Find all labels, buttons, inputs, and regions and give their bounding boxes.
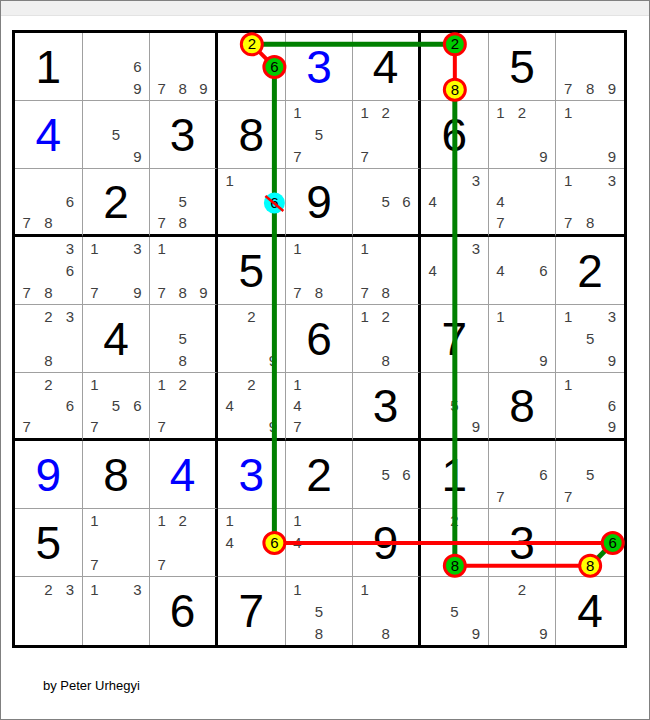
candidate-digit: 1: [287, 102, 309, 124]
cell-r2c7[interactable]: 6: [421, 101, 489, 169]
candidate-digit: 8: [375, 622, 396, 644]
candidate-digit: 1: [287, 510, 309, 532]
candidate-digit: 7: [287, 281, 309, 303]
candidate-digit: 7: [354, 281, 375, 303]
candidate-digit: 4: [287, 532, 309, 554]
candidate-grid: 128: [354, 306, 417, 371]
candidate-digit: 5: [375, 191, 396, 212]
candidate-grid: 59: [422, 374, 487, 437]
candidate-digit: 3: [127, 578, 149, 600]
cell-r9c6[interactable]: 18: [353, 577, 421, 645]
given-digit: 7: [239, 588, 265, 634]
cell-r4c4[interactable]: 5: [218, 237, 286, 305]
candidate-digit: 4: [422, 260, 444, 282]
candidate-digit: 1: [557, 102, 579, 124]
sudoku-board: 1697893457894593815712761291967825781956…: [12, 30, 627, 648]
candidate-grid: 1378: [557, 170, 623, 233]
cell-r7c5[interactable]: 2: [286, 441, 354, 509]
given-digit: 3: [373, 383, 399, 429]
candidate-grid: 1567: [84, 374, 149, 437]
candidate-digit: 3: [601, 170, 623, 191]
candidate-digit: 7: [84, 281, 106, 303]
candidate-digit: 3: [59, 238, 81, 260]
cell-r7c8[interactable]: 67: [489, 441, 557, 509]
candidate-digit: 9: [465, 416, 487, 437]
given-digit: 5: [509, 44, 535, 90]
candidate-digit: 7: [16, 281, 38, 303]
candidate-digit: 8: [375, 349, 396, 371]
candidate-digit: 6: [59, 395, 81, 416]
candidate-grid: 56: [354, 170, 417, 233]
candidate-digit: 6: [396, 191, 417, 212]
cell-r9c2[interactable]: 13: [83, 577, 151, 645]
cell-r5c4[interactable]: 29: [218, 305, 286, 373]
given-digit: 2: [577, 248, 603, 294]
candidate-digit: 5: [579, 328, 601, 350]
cell-r4c5[interactable]: 178: [286, 237, 354, 305]
cell-r3c8[interactable]: 47: [489, 169, 557, 237]
given-digit: 8: [103, 452, 129, 498]
cell-r7c6[interactable]: 56: [353, 441, 421, 509]
candidate-digit: 5: [308, 600, 330, 622]
cell-r9c1[interactable]: 23: [15, 577, 83, 645]
cell-r1c5[interactable]: 3: [286, 33, 354, 101]
candidate-grid: 69: [84, 34, 149, 99]
candidate-digit: 2: [511, 578, 533, 600]
cell-r3c7[interactable]: 34: [421, 169, 489, 237]
solved-digit: 4: [170, 452, 196, 498]
candidate-digit: 2: [38, 306, 60, 328]
cell-r1c7[interactable]: [421, 33, 489, 101]
candidate-digit: 9: [127, 77, 149, 99]
cell-r2c5[interactable]: 157: [286, 101, 354, 169]
cell-r6c6[interactable]: 3: [353, 373, 421, 441]
candidate-grid: 789: [557, 34, 623, 99]
candidate-digit: 7: [84, 416, 106, 437]
candidate-digit: 7: [557, 212, 579, 233]
cell-r1c3[interactable]: 789: [150, 33, 218, 101]
cell-r4c6[interactable]: 178: [353, 237, 421, 305]
cell-r7c2[interactable]: 8: [83, 441, 151, 509]
candidate-digit: 3: [465, 170, 487, 191]
candidate-grid: 34: [422, 170, 487, 233]
candidate-digit: 1: [151, 374, 172, 395]
given-digit: 4: [103, 316, 129, 362]
cell-r5c6[interactable]: 128: [353, 305, 421, 373]
cell-r9c3[interactable]: 6: [150, 577, 218, 645]
candidate-grid: 59: [422, 578, 487, 644]
cell-r8c7[interactable]: 2: [421, 509, 489, 577]
candidate-digit: 2: [241, 374, 263, 395]
candidate-digit: 8: [172, 212, 193, 233]
candidate-digit: 1: [287, 238, 309, 260]
candidate-digit: 7: [16, 212, 38, 233]
sudoku-page: 1697893457894593815712761291967825781956…: [0, 0, 650, 720]
given-digit: 6: [306, 316, 332, 362]
candidate-grid: 29: [219, 306, 284, 371]
candidate-digit: 1: [557, 306, 579, 328]
candidate-grid: 158: [287, 578, 352, 644]
cell-r1c2[interactable]: 69: [83, 33, 151, 101]
candidate-grid: 249: [219, 374, 284, 437]
given-digit: 9: [373, 520, 399, 566]
candidate-digit: 9: [533, 622, 555, 644]
candidate-digit: 1: [490, 306, 512, 328]
candidate-digit: 1: [84, 578, 106, 600]
candidate-digit: 6: [396, 464, 417, 486]
candidate-digit: 9: [193, 77, 214, 99]
given-digit: 1: [36, 44, 62, 90]
candidate-grid: 178: [287, 238, 352, 303]
candidate-digit: 2: [241, 306, 263, 328]
candidate-digit: 2: [511, 102, 533, 124]
candidate-digit: 5: [105, 395, 127, 416]
candidate-digit: 7: [287, 416, 309, 437]
candidate-digit: 1: [84, 238, 106, 260]
cell-r5c9[interactable]: 1359: [556, 305, 624, 373]
cell-r8c8[interactable]: 3: [489, 509, 557, 577]
candidate-grid: 58: [151, 306, 214, 371]
given-digit: 6: [170, 588, 196, 634]
candidate-digit: 3: [601, 306, 623, 328]
candidate-digit: 9: [127, 145, 149, 167]
cell-r3c3[interactable]: 578: [150, 169, 218, 237]
candidate-grid: 127: [354, 102, 417, 167]
candidate-digit: 6: [533, 464, 555, 486]
given-digit: 8: [239, 112, 265, 158]
cell-r4c8[interactable]: 46: [489, 237, 557, 305]
candidate-digit: 1: [287, 374, 309, 395]
cell-r1c4[interactable]: [218, 33, 286, 101]
candidate-digit: 9: [601, 349, 623, 371]
candidate-digit: 7: [16, 416, 38, 437]
candidate-digit: 2: [38, 578, 60, 600]
cell-r3c6[interactable]: 56: [353, 169, 421, 237]
candidate-digit: 2: [375, 306, 396, 328]
candidate-grid: 678: [16, 170, 81, 233]
candidate-grid: 17: [84, 510, 149, 575]
candidate-grid: 169: [557, 374, 623, 437]
given-digit: 5: [239, 248, 265, 294]
candidate-grid: 47: [490, 170, 555, 233]
candidate-digit: 8: [172, 281, 193, 303]
candidate-digit: 1: [84, 374, 106, 395]
cell-r6c8[interactable]: 8: [489, 373, 557, 441]
candidate-digit: 4: [490, 191, 512, 212]
given-digit: 8: [509, 383, 535, 429]
cell-r3c5[interactable]: 9: [286, 169, 354, 237]
candidate-grid: 59: [84, 102, 149, 167]
candidate-grid: 46: [490, 238, 555, 303]
candidate-digit: 3: [127, 238, 149, 260]
cell-r2c9[interactable]: 19: [556, 101, 624, 169]
candidate-digit: 7: [287, 145, 309, 167]
candidate-grid: 56: [354, 442, 417, 507]
candidate-grid: 19: [557, 102, 623, 167]
candidate-grid: 238: [16, 306, 81, 371]
candidate-digit: 7: [151, 416, 172, 437]
cell-r6c3[interactable]: 127: [150, 373, 218, 441]
cell-r6c4[interactable]: 249: [218, 373, 286, 441]
given-digit: 3: [170, 112, 196, 158]
candidate-digit: 1: [287, 578, 309, 600]
candidate-digit: 1: [84, 510, 106, 532]
cell-r2c6[interactable]: 127: [353, 101, 421, 169]
candidate-grid: 267: [16, 374, 81, 437]
candidate-digit: 5: [579, 464, 601, 486]
candidate-grid: 57: [557, 442, 623, 507]
candidate-digit: 8: [579, 212, 601, 233]
candidate-digit: 1: [151, 238, 172, 260]
candidate-grid: 14: [287, 510, 352, 575]
candidate-digit: 2: [375, 102, 396, 124]
candidate-digit: 1: [557, 170, 579, 191]
given-digit: 2: [103, 179, 129, 225]
given-digit: 2: [306, 452, 332, 498]
cell-r8c1[interactable]: 5: [15, 509, 83, 577]
candidate-grid: 34: [422, 238, 487, 303]
cell-r7c4[interactable]: 3: [218, 441, 286, 509]
candidate-digit: 6: [601, 395, 623, 416]
candidate-digit: 4: [219, 395, 241, 416]
candidate-digit: 8: [308, 281, 330, 303]
candidate-digit: 2: [38, 374, 60, 395]
candidate-digit: 5: [444, 600, 466, 622]
cell-r4c7[interactable]: 34: [421, 237, 489, 305]
solved-digit: 3: [239, 452, 265, 498]
candidate-digit: 9: [127, 281, 149, 303]
candidate-digit: 8: [172, 77, 193, 99]
solved-digit: 9: [36, 452, 62, 498]
cell-r2c4[interactable]: 8: [218, 101, 286, 169]
candidate-digit: 4: [219, 532, 241, 554]
candidate-digit: 7: [490, 212, 512, 233]
cell-r8c9[interactable]: [556, 509, 624, 577]
cell-r6c2[interactable]: 1567: [83, 373, 151, 441]
candidate-grid: 1379: [84, 238, 149, 303]
candidate-grid: 578: [151, 170, 214, 233]
candidate-digit: 7: [557, 77, 579, 99]
cell-r5c1[interactable]: 238: [15, 305, 83, 373]
cell-r1c6[interactable]: 4: [353, 33, 421, 101]
candidate-digit: 6: [59, 191, 81, 212]
candidate-digit: 9: [601, 145, 623, 167]
candidate-digit: 7: [151, 77, 172, 99]
author-credit: by Peter Urhegyi: [43, 678, 140, 693]
cell-r9c9[interactable]: 4: [556, 577, 624, 645]
cell-r9c5[interactable]: 158: [286, 577, 354, 645]
cell-r8c3[interactable]: 127: [150, 509, 218, 577]
candidate-grid: 789: [151, 34, 214, 99]
candidate-digit: 6: [127, 395, 149, 416]
given-digit: 5: [36, 520, 62, 566]
cell-r6c1[interactable]: 267: [15, 373, 83, 441]
cell-r8c6[interactable]: 9: [353, 509, 421, 577]
candidate-grid: 29: [490, 578, 555, 644]
cell-r5c8[interactable]: 19: [489, 305, 557, 373]
given-digit: 1: [442, 452, 468, 498]
candidate-grid: 18: [354, 578, 417, 644]
candidate-digit: 4: [422, 191, 444, 212]
given-digit: 4: [373, 44, 399, 90]
cell-r5c3[interactable]: 58: [150, 305, 218, 373]
candidate-digit: 3: [59, 306, 81, 328]
cell-r6c7[interactable]: 59: [421, 373, 489, 441]
candidate-digit: 8: [579, 77, 601, 99]
candidate-digit: 9: [601, 77, 623, 99]
candidate-digit: 9: [193, 281, 214, 303]
cell-r9c4[interactable]: 7: [218, 577, 286, 645]
cell-r9c7[interactable]: 59: [421, 577, 489, 645]
cell-r2c1[interactable]: 4: [15, 101, 83, 169]
cell-r4c9[interactable]: 2: [556, 237, 624, 305]
cell-r1c8[interactable]: 5: [489, 33, 557, 101]
candidate-digit: 7: [557, 485, 579, 507]
cell-r6c5[interactable]: 147: [286, 373, 354, 441]
cell-r3c1[interactable]: 678: [15, 169, 83, 237]
cell-r4c3[interactable]: 1789: [150, 237, 218, 305]
candidate-grid: 178: [354, 238, 417, 303]
candidate-digit: 2: [172, 510, 193, 532]
candidate-digit: 1: [354, 102, 375, 124]
candidate-digit: 1: [354, 306, 375, 328]
given-digit: 6: [442, 112, 468, 158]
cell-r6c9[interactable]: 169: [556, 373, 624, 441]
cell-r1c1[interactable]: 1: [15, 33, 83, 101]
cell-r1c9[interactable]: 789: [556, 33, 624, 101]
candidate-grid: 129: [490, 102, 555, 167]
candidate-digit: 6: [59, 260, 81, 282]
candidate-digit: 8: [38, 212, 60, 233]
candidate-digit: 9: [465, 622, 487, 644]
candidate-digit: 5: [105, 124, 127, 146]
candidate-digit: 4: [287, 395, 309, 416]
candidate-grid: 127: [151, 510, 214, 575]
solved-digit: 3: [306, 44, 332, 90]
candidate-grid: 127: [151, 374, 214, 437]
candidate-grid: 157: [287, 102, 352, 167]
candidate-digit: 9: [262, 349, 284, 371]
candidate-grid: 13: [84, 578, 149, 644]
candidate-digit: 5: [308, 124, 330, 146]
cell-r2c3[interactable]: 3: [150, 101, 218, 169]
candidate-digit: 1: [219, 510, 241, 532]
candidate-digit: 8: [38, 281, 60, 303]
candidate-digit: 4: [490, 260, 512, 282]
candidate-digit: 1: [219, 170, 241, 191]
candidate-digit: 2: [172, 374, 193, 395]
candidate-digit: 7: [490, 485, 512, 507]
candidate-grid: 1: [219, 170, 284, 233]
cell-r3c2[interactable]: 2: [83, 169, 151, 237]
candidate-grid: 19: [490, 306, 555, 371]
candidate-digit: 8: [308, 622, 330, 644]
cell-r8c4[interactable]: 14: [218, 509, 286, 577]
solved-digit: 4: [36, 112, 62, 158]
cell-r3c4[interactable]: 1: [218, 169, 286, 237]
candidate-digit: 8: [375, 281, 396, 303]
candidate-grid: 67: [490, 442, 555, 507]
cell-r7c3[interactable]: 4: [150, 441, 218, 509]
candidate-digit: 5: [172, 328, 193, 350]
candidate-digit: 9: [533, 145, 555, 167]
cell-r4c1[interactable]: 3678: [15, 237, 83, 305]
candidate-digit: 9: [262, 416, 284, 437]
candidate-grid: 3678: [16, 238, 81, 303]
candidate-digit: 2: [444, 510, 466, 532]
given-digit: 9: [306, 179, 332, 225]
cell-r9c8[interactable]: 29: [489, 577, 557, 645]
cell-r7c9[interactable]: 57: [556, 441, 624, 509]
candidate-digit: 1: [354, 578, 375, 600]
candidate-grid: 2: [422, 510, 487, 575]
candidate-digit: 7: [151, 553, 172, 575]
candidate-digit: 9: [533, 349, 555, 371]
candidate-grid: 147: [287, 374, 352, 437]
cell-r2c8[interactable]: 129: [489, 101, 557, 169]
cell-r8c5[interactable]: 14: [286, 509, 354, 577]
candidate-digit: 1: [490, 102, 512, 124]
candidate-digit: 6: [127, 56, 149, 78]
given-digit: 4: [577, 588, 603, 634]
candidate-digit: 7: [84, 553, 106, 575]
candidate-digit: 7: [151, 281, 172, 303]
candidate-digit: 5: [172, 191, 193, 212]
candidate-digit: 3: [59, 578, 81, 600]
cell-r3c9[interactable]: 1378: [556, 169, 624, 237]
candidate-digit: 7: [354, 145, 375, 167]
candidate-digit: 8: [172, 349, 193, 371]
candidate-digit: 6: [533, 260, 555, 282]
candidate-digit: 3: [465, 238, 487, 260]
top-strip: [1, 1, 649, 16]
candidate-digit: 1: [151, 510, 172, 532]
candidate-digit: 9: [601, 416, 623, 437]
cell-r5c7[interactable]: 7: [421, 305, 489, 373]
cell-r5c5[interactable]: 6: [286, 305, 354, 373]
candidate-digit: 5: [444, 395, 466, 416]
candidate-grid: 14: [219, 510, 284, 575]
cell-r7c7[interactable]: 1: [421, 441, 489, 509]
candidate-digit: 1: [354, 238, 375, 260]
candidate-digit: 7: [151, 212, 172, 233]
given-digit: 3: [509, 520, 535, 566]
given-digit: 7: [442, 316, 468, 362]
candidate-grid: 1789: [151, 238, 214, 303]
candidate-digit: 8: [38, 349, 60, 371]
cell-r5c2[interactable]: 4: [83, 305, 151, 373]
candidate-digit: 1: [557, 374, 579, 395]
cell-r2c2[interactable]: 59: [83, 101, 151, 169]
cell-r8c2[interactable]: 17: [83, 509, 151, 577]
candidate-grid: 1359: [557, 306, 623, 371]
candidate-digit: 5: [375, 464, 396, 486]
cell-r4c2[interactable]: 1379: [83, 237, 151, 305]
cell-r7c1[interactable]: 9: [15, 441, 83, 509]
candidate-grid: 23: [16, 578, 81, 644]
